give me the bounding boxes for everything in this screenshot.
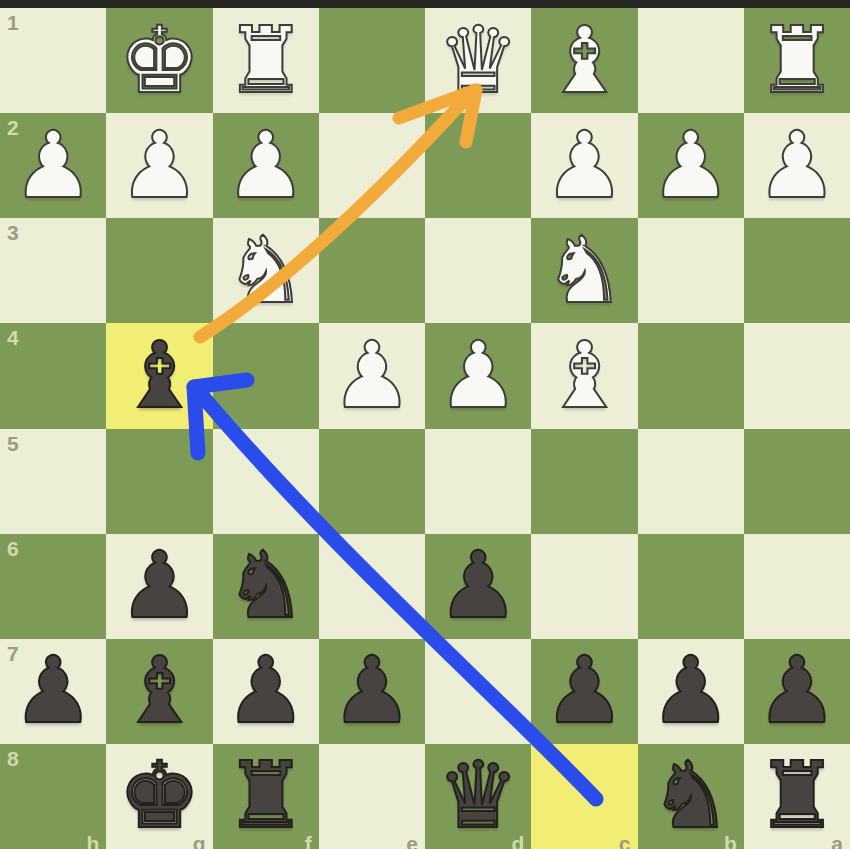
- square-d2[interactable]: [425, 113, 531, 218]
- square-f4[interactable]: [213, 323, 319, 428]
- square-f3[interactable]: ♞: [213, 218, 319, 323]
- piece-white-pawn[interactable]: ♟: [319, 323, 425, 428]
- square-e7[interactable]: ♟: [319, 639, 425, 744]
- piece-white-bishop[interactable]: ♝: [531, 8, 637, 113]
- piece-black-bishop[interactable]: ♝: [106, 323, 212, 428]
- square-d7[interactable]: [425, 639, 531, 744]
- square-d3[interactable]: [425, 218, 531, 323]
- square-c8[interactable]: c: [531, 744, 637, 849]
- piece-white-pawn[interactable]: ♟: [638, 113, 744, 218]
- square-g4[interactable]: ♝: [106, 323, 212, 428]
- piece-black-rook[interactable]: ♜: [213, 744, 319, 849]
- file-label-c: c: [619, 833, 631, 849]
- square-h3[interactable]: 3: [0, 218, 106, 323]
- square-a6[interactable]: [744, 534, 850, 639]
- square-c2[interactable]: ♟: [531, 113, 637, 218]
- chess-board: 1♚♜♛♝♜2♟♟♟♟♟♟3♞♞4♝♟♟♝56♟♞♟7♟♝♟♟♟♟♟8hg♚f♜…: [0, 8, 850, 849]
- rank-label-6: 6: [7, 538, 19, 559]
- square-h6[interactable]: 6: [0, 534, 106, 639]
- square-b1[interactable]: [638, 8, 744, 113]
- square-b8[interactable]: b♞: [638, 744, 744, 849]
- square-g8[interactable]: g♚: [106, 744, 212, 849]
- piece-white-bishop[interactable]: ♝: [531, 323, 637, 428]
- square-a1[interactable]: ♜: [744, 8, 850, 113]
- piece-black-pawn[interactable]: ♟: [531, 639, 637, 744]
- square-d4[interactable]: ♟: [425, 323, 531, 428]
- square-a7[interactable]: ♟: [744, 639, 850, 744]
- square-f2[interactable]: ♟: [213, 113, 319, 218]
- piece-white-knight[interactable]: ♞: [531, 218, 637, 323]
- square-f1[interactable]: ♜: [213, 8, 319, 113]
- square-g3[interactable]: [106, 218, 212, 323]
- square-e2[interactable]: [319, 113, 425, 218]
- piece-white-pawn[interactable]: ♟: [744, 113, 850, 218]
- square-f6[interactable]: ♞: [213, 534, 319, 639]
- piece-black-pawn[interactable]: ♟: [0, 639, 106, 744]
- piece-white-king[interactable]: ♚: [106, 8, 212, 113]
- rank-label-1: 1: [7, 12, 19, 33]
- square-e8[interactable]: e: [319, 744, 425, 849]
- piece-black-knight[interactable]: ♞: [638, 744, 744, 849]
- square-f7[interactable]: ♟: [213, 639, 319, 744]
- piece-black-queen[interactable]: ♛: [425, 744, 531, 849]
- piece-black-pawn[interactable]: ♟: [744, 639, 850, 744]
- piece-black-pawn[interactable]: ♟: [213, 639, 319, 744]
- square-b2[interactable]: ♟: [638, 113, 744, 218]
- piece-white-rook[interactable]: ♜: [213, 8, 319, 113]
- square-b6[interactable]: [638, 534, 744, 639]
- square-d1[interactable]: ♛: [425, 8, 531, 113]
- file-label-h: h: [86, 833, 99, 849]
- square-b4[interactable]: [638, 323, 744, 428]
- square-e6[interactable]: [319, 534, 425, 639]
- piece-white-pawn[interactable]: ♟: [213, 113, 319, 218]
- square-c3[interactable]: ♞: [531, 218, 637, 323]
- square-h8[interactable]: 8h: [0, 744, 106, 849]
- square-d6[interactable]: ♟: [425, 534, 531, 639]
- square-c5[interactable]: [531, 429, 637, 534]
- square-e5[interactable]: [319, 429, 425, 534]
- square-h1[interactable]: 1: [0, 8, 106, 113]
- square-c1[interactable]: ♝: [531, 8, 637, 113]
- square-g1[interactable]: ♚: [106, 8, 212, 113]
- square-a8[interactable]: a♜: [744, 744, 850, 849]
- square-e4[interactable]: ♟: [319, 323, 425, 428]
- piece-white-knight[interactable]: ♞: [213, 218, 319, 323]
- piece-white-pawn[interactable]: ♟: [106, 113, 212, 218]
- square-h4[interactable]: 4: [0, 323, 106, 428]
- square-h7[interactable]: 7♟: [0, 639, 106, 744]
- piece-black-rook[interactable]: ♜: [744, 744, 850, 849]
- square-a5[interactable]: [744, 429, 850, 534]
- piece-white-queen[interactable]: ♛: [425, 8, 531, 113]
- chess-app-screenshot: { "game": "chess", "view": { "orientatio…: [0, 0, 850, 849]
- square-f8[interactable]: f♜: [213, 744, 319, 849]
- piece-white-pawn[interactable]: ♟: [0, 113, 106, 218]
- piece-black-bishop[interactable]: ♝: [106, 639, 212, 744]
- square-c7[interactable]: ♟: [531, 639, 637, 744]
- square-d5[interactable]: [425, 429, 531, 534]
- square-f5[interactable]: [213, 429, 319, 534]
- rank-label-3: 3: [7, 222, 19, 243]
- rank-label-8: 8: [7, 748, 19, 769]
- square-d8[interactable]: d♛: [425, 744, 531, 849]
- piece-black-pawn[interactable]: ♟: [425, 534, 531, 639]
- square-b7[interactable]: ♟: [638, 639, 744, 744]
- square-c4[interactable]: ♝: [531, 323, 637, 428]
- square-g7[interactable]: ♝: [106, 639, 212, 744]
- square-a2[interactable]: ♟: [744, 113, 850, 218]
- piece-black-pawn[interactable]: ♟: [638, 639, 744, 744]
- piece-black-pawn[interactable]: ♟: [319, 639, 425, 744]
- rank-label-5: 5: [7, 433, 19, 454]
- piece-white-rook[interactable]: ♜: [744, 8, 850, 113]
- square-g5[interactable]: [106, 429, 212, 534]
- square-g6[interactable]: ♟: [106, 534, 212, 639]
- square-c6[interactable]: [531, 534, 637, 639]
- piece-black-pawn[interactable]: ♟: [106, 534, 212, 639]
- rank-label-4: 4: [7, 327, 19, 348]
- square-h2[interactable]: 2♟: [0, 113, 106, 218]
- square-h5[interactable]: 5: [0, 429, 106, 534]
- square-g2[interactable]: ♟: [106, 113, 212, 218]
- square-a3[interactable]: [744, 218, 850, 323]
- square-b5[interactable]: [638, 429, 744, 534]
- file-label-e: e: [406, 833, 418, 849]
- square-b3[interactable]: [638, 218, 744, 323]
- square-a4[interactable]: [744, 323, 850, 428]
- piece-black-king[interactable]: ♚: [106, 744, 212, 849]
- square-e1[interactable]: [319, 8, 425, 113]
- piece-white-pawn[interactable]: ♟: [531, 113, 637, 218]
- piece-white-pawn[interactable]: ♟: [425, 323, 531, 428]
- piece-black-knight[interactable]: ♞: [213, 534, 319, 639]
- square-e3[interactable]: [319, 218, 425, 323]
